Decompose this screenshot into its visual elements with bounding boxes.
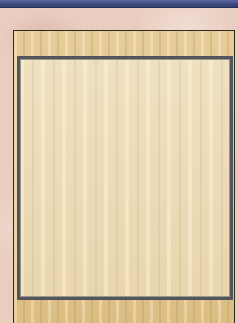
bottom-file-labels [14, 303, 234, 319]
window-title-bar [0, 0, 238, 8]
xiangqi-board-frame [13, 30, 235, 323]
board-play-area[interactable] [20, 59, 230, 297]
board-grid-border [17, 56, 233, 300]
top-file-labels [14, 34, 234, 50]
